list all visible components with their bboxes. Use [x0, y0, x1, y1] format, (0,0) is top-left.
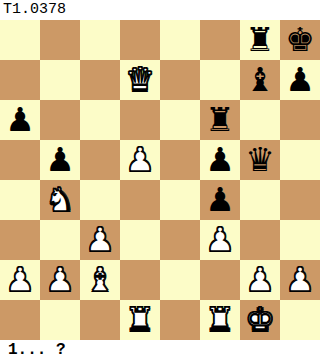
black-pawn: ♟ — [205, 140, 235, 180]
square-f1[interactable]: ♜ — [200, 300, 240, 340]
square-g2[interactable]: ♟ — [240, 260, 280, 300]
move-prompt: 1... ? — [8, 340, 66, 360]
square-g6[interactable] — [240, 100, 280, 140]
white-queen: ♛ — [125, 60, 155, 100]
square-h4[interactable] — [280, 180, 320, 220]
square-d2[interactable] — [120, 260, 160, 300]
square-c7[interactable] — [80, 60, 120, 100]
black-pawn: ♟ — [5, 100, 35, 140]
black-queen: ♛ — [245, 140, 275, 180]
black-pawn: ♟ — [45, 140, 75, 180]
square-d6[interactable] — [120, 100, 160, 140]
square-c1[interactable] — [80, 300, 120, 340]
black-pawn: ♟ — [285, 60, 315, 100]
square-f5[interactable]: ♟ — [200, 140, 240, 180]
white-pawn: ♟ — [205, 220, 235, 260]
square-d5[interactable]: ♟ — [120, 140, 160, 180]
square-d1[interactable]: ♜ — [120, 300, 160, 340]
white-bishop: ♝ — [85, 260, 115, 300]
square-e6[interactable] — [160, 100, 200, 140]
square-e3[interactable] — [160, 220, 200, 260]
square-e1[interactable] — [160, 300, 200, 340]
square-h1[interactable] — [280, 300, 320, 340]
square-b3[interactable] — [40, 220, 80, 260]
diagram-title: T1.0378 — [3, 0, 66, 20]
square-c3[interactable]: ♟ — [80, 220, 120, 260]
square-b2[interactable]: ♟ — [40, 260, 80, 300]
square-a7[interactable] — [0, 60, 40, 100]
square-d3[interactable] — [120, 220, 160, 260]
square-d8[interactable] — [120, 20, 160, 60]
square-h2[interactable]: ♟ — [280, 260, 320, 300]
square-c8[interactable] — [80, 20, 120, 60]
square-e5[interactable] — [160, 140, 200, 180]
square-e7[interactable] — [160, 60, 200, 100]
white-rook: ♜ — [205, 300, 235, 340]
square-h5[interactable] — [280, 140, 320, 180]
square-b8[interactable] — [40, 20, 80, 60]
square-f2[interactable] — [200, 260, 240, 300]
square-g7[interactable]: ♝ — [240, 60, 280, 100]
black-rook: ♜ — [245, 20, 275, 60]
square-g8[interactable]: ♜ — [240, 20, 280, 60]
square-g5[interactable]: ♛ — [240, 140, 280, 180]
square-b1[interactable] — [40, 300, 80, 340]
square-f3[interactable]: ♟ — [200, 220, 240, 260]
white-king: ♚ — [245, 300, 275, 340]
square-a5[interactable] — [0, 140, 40, 180]
square-a8[interactable] — [0, 20, 40, 60]
square-a3[interactable] — [0, 220, 40, 260]
square-a1[interactable] — [0, 300, 40, 340]
square-g3[interactable] — [240, 220, 280, 260]
square-c6[interactable] — [80, 100, 120, 140]
square-f6[interactable]: ♜ — [200, 100, 240, 140]
square-c5[interactable] — [80, 140, 120, 180]
square-f8[interactable] — [200, 20, 240, 60]
black-pawn: ♟ — [205, 180, 235, 220]
square-e8[interactable] — [160, 20, 200, 60]
square-a6[interactable]: ♟ — [0, 100, 40, 140]
square-g1[interactable]: ♚ — [240, 300, 280, 340]
white-pawn: ♟ — [5, 260, 35, 300]
square-f7[interactable] — [200, 60, 240, 100]
white-knight: ♞ — [45, 180, 75, 220]
square-f4[interactable]: ♟ — [200, 180, 240, 220]
square-d7[interactable]: ♛ — [120, 60, 160, 100]
square-e2[interactable] — [160, 260, 200, 300]
black-bishop: ♝ — [245, 60, 275, 100]
black-king: ♚ — [285, 20, 315, 60]
square-h3[interactable] — [280, 220, 320, 260]
square-b6[interactable] — [40, 100, 80, 140]
square-d4[interactable] — [120, 180, 160, 220]
black-rook: ♜ — [205, 100, 235, 140]
chess-board: ♜♚♛♝♟♟♜♟♟♟♛♞♟♟♟♟♟♝♟♟♜♜♚ — [0, 20, 320, 340]
white-pawn: ♟ — [245, 260, 275, 300]
square-b4[interactable]: ♞ — [40, 180, 80, 220]
square-a4[interactable] — [0, 180, 40, 220]
square-b5[interactable]: ♟ — [40, 140, 80, 180]
square-h6[interactable] — [280, 100, 320, 140]
white-pawn: ♟ — [45, 260, 75, 300]
square-a2[interactable]: ♟ — [0, 260, 40, 300]
square-c2[interactable]: ♝ — [80, 260, 120, 300]
white-pawn: ♟ — [125, 140, 155, 180]
square-h8[interactable]: ♚ — [280, 20, 320, 60]
square-e4[interactable] — [160, 180, 200, 220]
square-g4[interactable] — [240, 180, 280, 220]
white-rook: ♜ — [125, 300, 155, 340]
square-b7[interactable] — [40, 60, 80, 100]
white-pawn: ♟ — [285, 260, 315, 300]
white-pawn: ♟ — [85, 220, 115, 260]
square-c4[interactable] — [80, 180, 120, 220]
square-h7[interactable]: ♟ — [280, 60, 320, 100]
